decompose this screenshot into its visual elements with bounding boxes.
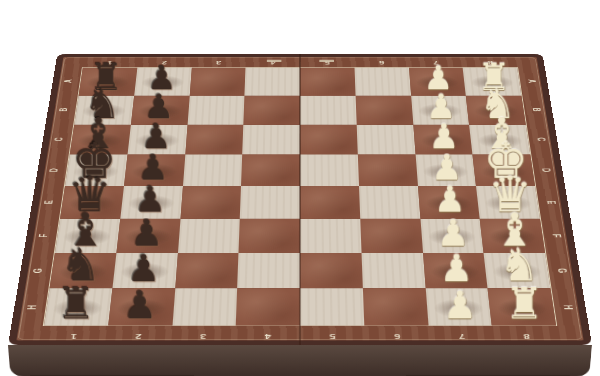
square-f6[interactable]: [360, 219, 423, 253]
square-h5[interactable]: [300, 288, 364, 325]
square-h7[interactable]: ♟: [425, 288, 492, 325]
square-b5[interactable]: [300, 96, 356, 125]
square-h2[interactable]: ♟: [108, 288, 175, 325]
coordinate-label: 2: [106, 329, 172, 339]
coordinate-label: 7: [408, 58, 463, 65]
chess-board: 12345678 12345678 ABCDEFGH ABCDEFGH ♜♟♟♜…: [8, 54, 592, 345]
coordinate-label: 5: [300, 58, 354, 65]
coordinate-label: B: [508, 105, 565, 113]
piece-light-pawn[interactable]: ♟: [443, 289, 477, 323]
square-e4[interactable]: [240, 186, 300, 219]
coordinate-label: 1: [41, 329, 107, 339]
coordinate-label: 6: [354, 58, 409, 65]
square-f3[interactable]: [177, 219, 240, 253]
piece-dark-pawn[interactable]: ♟: [127, 252, 160, 286]
coordinate-label: C: [30, 135, 89, 144]
square-a3[interactable]: [189, 68, 245, 96]
square-c3[interactable]: [185, 125, 244, 155]
square-e3[interactable]: [180, 186, 241, 219]
square-d6[interactable]: [358, 155, 418, 186]
coordinate-label: 6: [364, 329, 429, 339]
coordinate-label: C: [512, 135, 571, 144]
piece-dark-pawn[interactable]: ♟: [131, 218, 164, 251]
coordinate-label: B: [35, 105, 92, 113]
piece-dark-pawn[interactable]: ♟: [123, 289, 157, 323]
square-d4[interactable]: [241, 155, 300, 186]
square-h8[interactable]: ♜: [488, 288, 556, 325]
square-g6[interactable]: [361, 253, 425, 289]
coordinate-label: 3: [191, 58, 246, 65]
square-h1[interactable]: ♜: [44, 288, 112, 325]
square-b6[interactable]: [355, 96, 413, 125]
piece-light-pawn[interactable]: ♟: [440, 252, 473, 286]
board-front-face: [8, 345, 592, 376]
square-c6[interactable]: [356, 125, 415, 155]
coordinate-label: 4: [235, 329, 300, 339]
square-d5[interactable]: [300, 155, 359, 186]
square-d3[interactable]: [183, 155, 243, 186]
square-f5[interactable]: [300, 219, 361, 253]
coordinate-label: 7: [429, 329, 495, 339]
square-g3[interactable]: [175, 253, 239, 289]
rank-labels-top: 12345678: [82, 58, 517, 65]
square-e5[interactable]: [300, 186, 360, 219]
square-g4[interactable]: [237, 253, 300, 289]
coordinate-label: 8: [462, 58, 517, 65]
square-h4[interactable]: [236, 288, 300, 325]
square-a5[interactable]: [300, 68, 355, 96]
coordinate-label: A: [40, 77, 96, 85]
chess-set-photo: 12345678 12345678 ABCDEFGH ABCDEFGH ♜♟♟♜…: [0, 0, 600, 376]
square-b3[interactable]: [187, 96, 245, 125]
coordinate-label: 4: [246, 58, 300, 65]
coordinate-label: 2: [137, 58, 192, 65]
piece-dark-rook[interactable]: ♜: [57, 284, 96, 323]
square-f4[interactable]: [239, 219, 300, 253]
coordinate-label: A: [504, 77, 560, 85]
coordinate-label: 3: [170, 329, 235, 339]
coordinate-label: 8: [493, 329, 559, 339]
coordinate-label: 1: [82, 58, 137, 65]
piece-light-pawn[interactable]: ♟: [437, 218, 470, 251]
square-a4[interactable]: [245, 68, 300, 96]
square-c4[interactable]: [242, 125, 300, 155]
square-c5[interactable]: [300, 125, 358, 155]
square-a6[interactable]: [354, 68, 410, 96]
square-h3[interactable]: [172, 288, 237, 325]
coordinate-label: 5: [300, 329, 365, 339]
piece-light-rook[interactable]: ♜: [504, 284, 543, 323]
square-h6[interactable]: [363, 288, 428, 325]
square-g5[interactable]: [300, 253, 363, 289]
square-e6[interactable]: [359, 186, 420, 219]
square-b4[interactable]: [244, 96, 300, 125]
